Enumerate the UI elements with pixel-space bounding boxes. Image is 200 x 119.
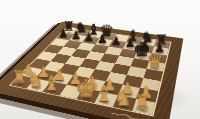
piece-white-rook: ♜ (11, 70, 27, 86)
piece-black-pawn: ♟ (71, 30, 82, 41)
square-h5: ♛ (146, 61, 165, 72)
piece-white-queen: ♛ (146, 52, 163, 70)
piece-white-knight: ♞ (26, 71, 43, 89)
piece-black-pawn: ♟ (58, 28, 68, 39)
piece-black-pawn: ♟ (97, 34, 108, 45)
product-photo-scene: ♜♞♝♛♝♞♜♟♟♟♟♟♟♟♟♚♛♟♟♟♟♟♟♟♟♜♞♝♚♝♞♜ (0, 0, 200, 119)
square-f4 (111, 64, 131, 75)
square-d4 (80, 58, 100, 69)
piece-white-bishop: ♝ (42, 74, 60, 93)
piece-white-knight: ♞ (113, 88, 132, 107)
square-h1: ♜ (132, 99, 155, 115)
piece-white-rook: ♜ (133, 94, 151, 112)
piece-black-pawn: ♟ (84, 32, 95, 43)
square-a4 (37, 51, 58, 61)
piece-white-bishop: ♝ (94, 84, 113, 104)
piece-black-pawn: ♟ (111, 36, 122, 47)
